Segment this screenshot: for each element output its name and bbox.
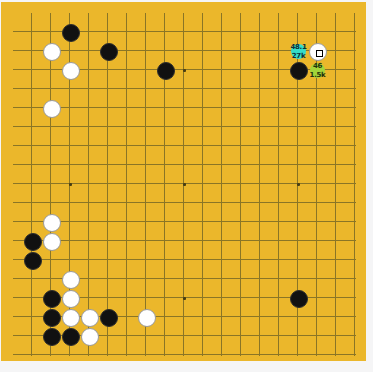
- suggestion-circle-Q17[interactable]: [291, 44, 306, 59]
- go-board[interactable]: 48.127k461.5k: [1, 2, 366, 361]
- suggestion-circle-R16[interactable]: [310, 63, 325, 78]
- app-window: { "game": "go", "app": { "view": "go-ana…: [0, 0, 373, 372]
- suggestions-layer: 48.127k461.5k: [4, 4, 365, 365]
